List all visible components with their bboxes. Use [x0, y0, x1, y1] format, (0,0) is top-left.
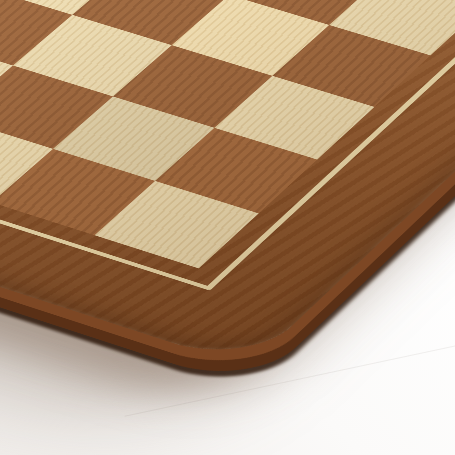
photo-stage — [0, 0, 455, 455]
